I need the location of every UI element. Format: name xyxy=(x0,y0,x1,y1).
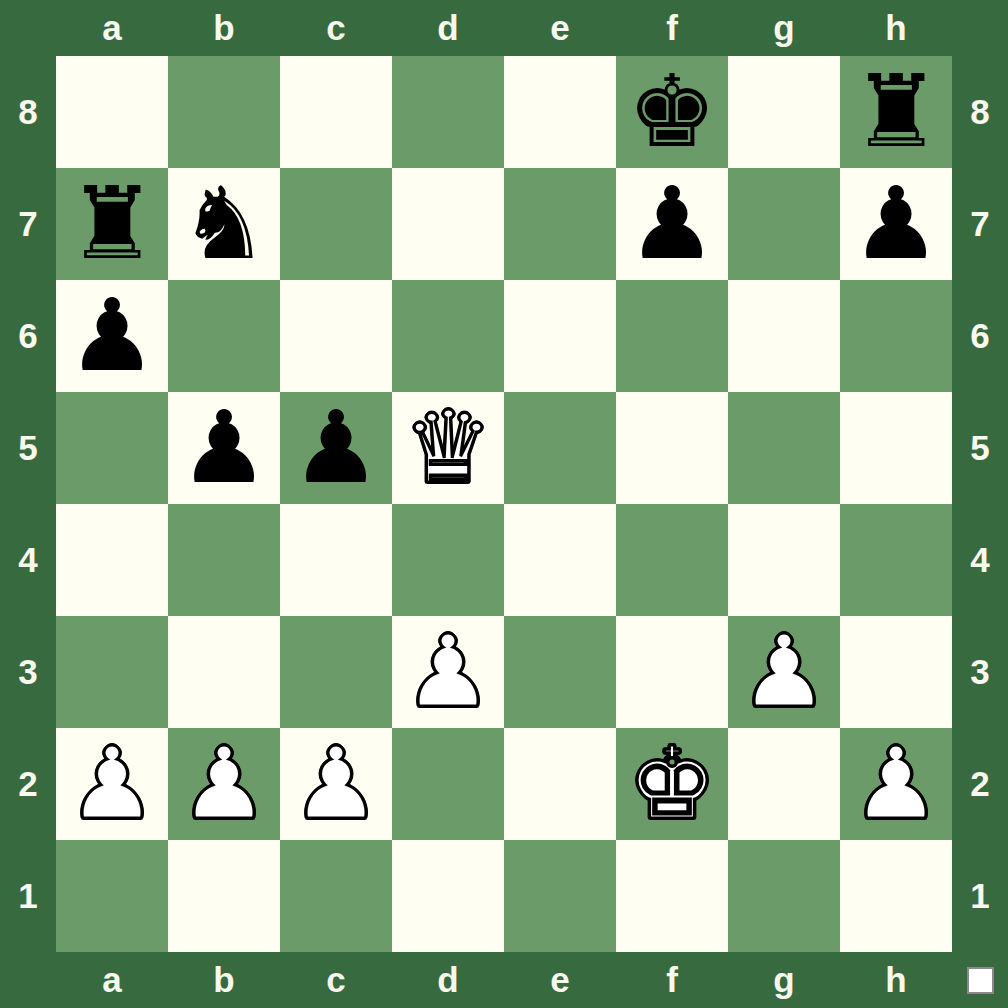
square-a8[interactable] xyxy=(56,56,168,168)
white-pawn-piece[interactable]: ♟ xyxy=(851,728,941,840)
black-pawn-piece[interactable]: ♟ xyxy=(291,392,381,504)
white-queen-piece[interactable]: ♛ xyxy=(403,392,493,504)
square-c7[interactable] xyxy=(280,168,392,280)
square-f3[interactable] xyxy=(616,616,728,728)
rank-label-5: 5 xyxy=(952,392,1008,504)
file-label-h: h xyxy=(840,952,952,1008)
black-pawn-piece[interactable]: ♟ xyxy=(179,392,269,504)
square-g4[interactable] xyxy=(728,504,840,616)
rank-label-8: 8 xyxy=(952,56,1008,168)
rank-label-3: 3 xyxy=(0,616,56,728)
white-pawn-piece[interactable]: ♟ xyxy=(67,728,157,840)
square-e3[interactable] xyxy=(504,616,616,728)
square-c3[interactable] xyxy=(280,616,392,728)
square-g6[interactable] xyxy=(728,280,840,392)
square-c2[interactable]: ♟ xyxy=(280,728,392,840)
file-label-a: a xyxy=(56,0,168,56)
white-pawn-piece[interactable]: ♟ xyxy=(739,616,829,728)
rank-label-6: 6 xyxy=(0,280,56,392)
square-g2[interactable] xyxy=(728,728,840,840)
square-g7[interactable] xyxy=(728,168,840,280)
square-e5[interactable] xyxy=(504,392,616,504)
file-label-d: d xyxy=(392,952,504,1008)
file-label-c: c xyxy=(280,952,392,1008)
square-b8[interactable] xyxy=(168,56,280,168)
rank-label-4: 4 xyxy=(0,504,56,616)
square-a4[interactable] xyxy=(56,504,168,616)
rank-label-2: 2 xyxy=(952,728,1008,840)
square-d4[interactable] xyxy=(392,504,504,616)
file-label-e: e xyxy=(504,952,616,1008)
square-f2[interactable]: ♚ xyxy=(616,728,728,840)
square-c4[interactable] xyxy=(280,504,392,616)
square-g1[interactable] xyxy=(728,840,840,952)
rank-label-4: 4 xyxy=(952,504,1008,616)
square-a6[interactable]: ♟ xyxy=(56,280,168,392)
square-d1[interactable] xyxy=(392,840,504,952)
square-h8[interactable]: ♜ xyxy=(840,56,952,168)
chess-board: abcdefgh8♚♜87♜♞♟♟76♟65♟♟♛5443♟♟32♟♟♟♚♟21… xyxy=(0,0,1008,1008)
black-rook-piece[interactable]: ♜ xyxy=(67,168,157,280)
file-label-g: g xyxy=(728,0,840,56)
frame-corner xyxy=(0,0,56,56)
rank-label-3: 3 xyxy=(952,616,1008,728)
black-rook-piece[interactable]: ♜ xyxy=(851,56,941,168)
square-h4[interactable] xyxy=(840,504,952,616)
rank-label-6: 6 xyxy=(952,280,1008,392)
square-a7[interactable]: ♜ xyxy=(56,168,168,280)
square-h2[interactable]: ♟ xyxy=(840,728,952,840)
white-pawn-piece[interactable]: ♟ xyxy=(291,728,381,840)
black-pawn-piece[interactable]: ♟ xyxy=(627,168,717,280)
file-label-f: f xyxy=(616,0,728,56)
file-label-h: h xyxy=(840,0,952,56)
square-a5[interactable] xyxy=(56,392,168,504)
square-d6[interactable] xyxy=(392,280,504,392)
square-h6[interactable] xyxy=(840,280,952,392)
white-pawn-piece[interactable]: ♟ xyxy=(179,728,269,840)
square-b1[interactable] xyxy=(168,840,280,952)
square-a2[interactable]: ♟ xyxy=(56,728,168,840)
frame-corner xyxy=(952,0,1008,56)
square-e4[interactable] xyxy=(504,504,616,616)
square-f4[interactable] xyxy=(616,504,728,616)
square-a1[interactable] xyxy=(56,840,168,952)
file-label-g: g xyxy=(728,952,840,1008)
file-label-d: d xyxy=(392,0,504,56)
square-b7[interactable]: ♞ xyxy=(168,168,280,280)
white-to-move-indicator xyxy=(967,967,994,994)
rank-label-1: 1 xyxy=(952,840,1008,952)
square-c8[interactable] xyxy=(280,56,392,168)
square-g5[interactable] xyxy=(728,392,840,504)
square-c6[interactable] xyxy=(280,280,392,392)
file-label-c: c xyxy=(280,0,392,56)
rank-label-5: 5 xyxy=(0,392,56,504)
square-e7[interactable] xyxy=(504,168,616,280)
square-h7[interactable]: ♟ xyxy=(840,168,952,280)
square-f1[interactable] xyxy=(616,840,728,952)
white-king-piece[interactable]: ♚ xyxy=(627,728,717,840)
frame-corner xyxy=(0,952,56,1008)
square-f7[interactable]: ♟ xyxy=(616,168,728,280)
rank-label-8: 8 xyxy=(0,56,56,168)
square-e1[interactable] xyxy=(504,840,616,952)
square-h3[interactable] xyxy=(840,616,952,728)
file-label-e: e xyxy=(504,0,616,56)
square-d8[interactable] xyxy=(392,56,504,168)
rank-label-2: 2 xyxy=(0,728,56,840)
square-a3[interactable] xyxy=(56,616,168,728)
square-f5[interactable] xyxy=(616,392,728,504)
rank-label-1: 1 xyxy=(0,840,56,952)
square-b5[interactable]: ♟ xyxy=(168,392,280,504)
black-pawn-piece[interactable]: ♟ xyxy=(67,280,157,392)
square-c5[interactable]: ♟ xyxy=(280,392,392,504)
rank-label-7: 7 xyxy=(952,168,1008,280)
square-e2[interactable] xyxy=(504,728,616,840)
file-label-b: b xyxy=(168,952,280,1008)
square-d5[interactable]: ♛ xyxy=(392,392,504,504)
square-e8[interactable] xyxy=(504,56,616,168)
black-king-piece[interactable]: ♚ xyxy=(627,56,717,168)
white-pawn-piece[interactable]: ♟ xyxy=(403,616,493,728)
square-f8[interactable]: ♚ xyxy=(616,56,728,168)
square-h5[interactable] xyxy=(840,392,952,504)
square-b3[interactable] xyxy=(168,616,280,728)
square-g8[interactable] xyxy=(728,56,840,168)
square-b4[interactable] xyxy=(168,504,280,616)
square-d7[interactable] xyxy=(392,168,504,280)
square-b2[interactable]: ♟ xyxy=(168,728,280,840)
square-b6[interactable] xyxy=(168,280,280,392)
black-knight-piece[interactable]: ♞ xyxy=(179,168,269,280)
black-pawn-piece[interactable]: ♟ xyxy=(851,168,941,280)
square-d2[interactable] xyxy=(392,728,504,840)
square-e6[interactable] xyxy=(504,280,616,392)
square-c1[interactable] xyxy=(280,840,392,952)
square-g3[interactable]: ♟ xyxy=(728,616,840,728)
file-label-b: b xyxy=(168,0,280,56)
file-label-a: a xyxy=(56,952,168,1008)
square-d3[interactable]: ♟ xyxy=(392,616,504,728)
rank-label-7: 7 xyxy=(0,168,56,280)
square-f6[interactable] xyxy=(616,280,728,392)
square-h1[interactable] xyxy=(840,840,952,952)
file-label-f: f xyxy=(616,952,728,1008)
